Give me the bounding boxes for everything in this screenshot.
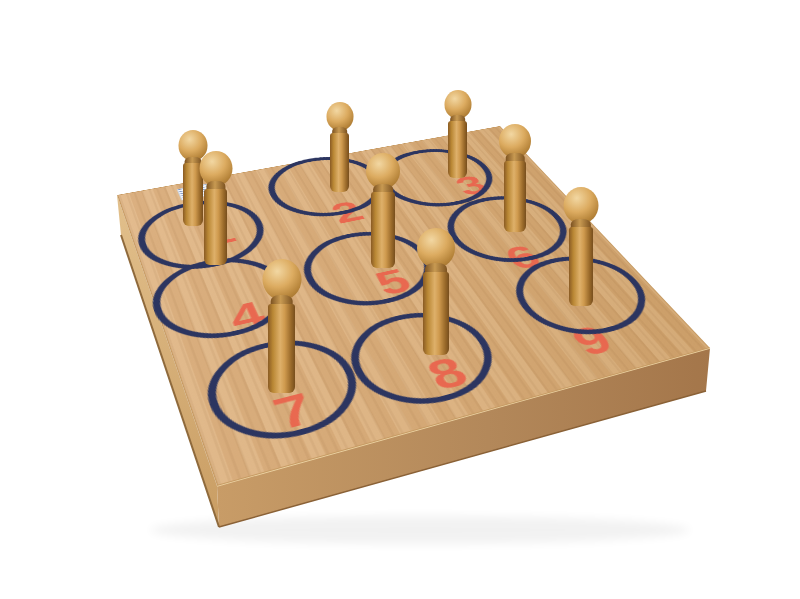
ring-toss-board-photo: 1 2 3 4 5 6: [0, 0, 800, 599]
peg-shaft: [204, 189, 227, 265]
peg-6[interactable]: [504, 124, 526, 232]
peg-4[interactable]: [204, 151, 227, 265]
peg-7[interactable]: [268, 259, 295, 393]
peg-shaft: [569, 227, 593, 306]
peg-5[interactable]: [371, 153, 395, 268]
peg-3[interactable]: [448, 90, 467, 178]
peg-shaft: [330, 133, 349, 192]
peg-shaft: [268, 304, 295, 393]
peg-8[interactable]: [423, 228, 449, 355]
peg-1[interactable]: [183, 130, 203, 226]
peg-shaft: [371, 192, 395, 268]
peg-shaft: [448, 121, 467, 178]
peg-shaft: [423, 272, 449, 355]
peg-9[interactable]: [569, 187, 593, 306]
peg-shaft: [504, 161, 526, 232]
peg-2[interactable]: [330, 102, 349, 192]
